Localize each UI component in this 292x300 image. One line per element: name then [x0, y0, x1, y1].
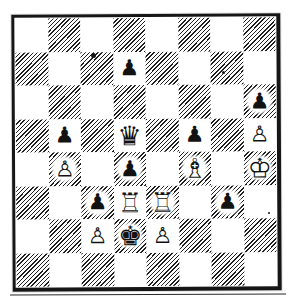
square-c8[interactable]	[80, 18, 113, 52]
square-f3[interactable]	[179, 185, 212, 219]
white-pawn: ♙	[83, 221, 112, 250]
square-e6[interactable]	[146, 85, 179, 119]
square-a3[interactable]	[16, 186, 49, 220]
square-b2[interactable]	[49, 219, 82, 253]
diagram-base-line	[10, 294, 286, 296]
square-g1[interactable]	[212, 252, 245, 286]
square-e5[interactable]	[146, 118, 179, 152]
square-a6[interactable]	[16, 86, 49, 120]
square-a4[interactable]	[16, 153, 49, 187]
square-f7[interactable]	[178, 51, 211, 85]
black-king: ♚	[116, 221, 145, 250]
square-e7[interactable]	[145, 51, 178, 85]
white-bishop: ♗	[180, 154, 209, 183]
square-d5[interactable]: ♛	[113, 119, 146, 153]
square-b7[interactable]	[48, 52, 81, 86]
black-pawn: ♟	[83, 188, 112, 217]
chess-board: ♟♟♟♛♟♙♙♟♗♔♟♖♖♟♙♚♙	[15, 17, 276, 286]
square-h7[interactable]	[243, 51, 276, 85]
square-d4[interactable]: ♟	[113, 152, 146, 186]
square-b3[interactable]	[49, 186, 82, 220]
square-h4[interactable]: ♔	[243, 151, 276, 185]
square-g6[interactable]	[211, 84, 244, 118]
square-d6[interactable]	[113, 85, 146, 119]
square-c4[interactable]	[81, 152, 114, 186]
black-queen: ♛	[115, 121, 144, 150]
square-d1[interactable]	[114, 253, 147, 287]
black-pawn: ♟	[115, 154, 144, 183]
square-h5[interactable]: ♙	[243, 118, 276, 152]
black-pawn: ♟	[213, 187, 242, 216]
white-pawn: ♙	[148, 221, 177, 250]
board-frame: ♟♟♟♛♟♙♙♟♗♔♟♖♖♟♙♚♙	[11, 13, 281, 291]
square-f2[interactable]	[179, 219, 212, 253]
square-f6[interactable]	[178, 85, 211, 119]
square-a1[interactable]	[17, 253, 50, 287]
square-h2[interactable]	[244, 218, 277, 252]
square-g4[interactable]	[211, 151, 244, 185]
square-d3[interactable]: ♖	[114, 186, 147, 220]
square-g8[interactable]	[210, 17, 243, 51]
square-b5[interactable]: ♟	[48, 119, 81, 153]
square-b6[interactable]	[48, 85, 81, 119]
square-e3[interactable]: ♖	[146, 185, 179, 219]
square-c6[interactable]	[81, 85, 114, 119]
square-g2[interactable]	[211, 218, 244, 252]
black-pawn: ♟	[50, 121, 79, 150]
square-a5[interactable]	[16, 119, 49, 153]
ink-speck	[222, 71, 225, 74]
square-e2[interactable]: ♙	[146, 219, 179, 253]
black-pawn: ♟	[245, 87, 274, 116]
black-pawn: ♟	[180, 120, 209, 149]
ink-speck	[91, 53, 96, 58]
white-king: ♔	[245, 154, 274, 183]
square-f5[interactable]: ♟	[178, 118, 211, 152]
white-pawn: ♙	[50, 155, 79, 184]
square-h6[interactable]: ♟	[243, 84, 276, 118]
square-g7[interactable]	[210, 51, 243, 85]
square-h1[interactable]	[244, 252, 277, 286]
white-rook: ♖	[148, 188, 177, 217]
square-c1[interactable]	[82, 253, 115, 287]
square-c2[interactable]: ♙	[81, 219, 114, 253]
white-pawn: ♙	[245, 120, 274, 149]
square-b8[interactable]	[48, 18, 81, 52]
square-b4[interactable]: ♙	[48, 152, 81, 186]
square-d7[interactable]: ♟	[113, 52, 146, 86]
square-e1[interactable]	[147, 252, 180, 286]
square-f8[interactable]	[178, 18, 211, 52]
square-d2[interactable]: ♚	[114, 219, 147, 253]
square-a7[interactable]	[15, 52, 48, 86]
square-f4[interactable]: ♗	[178, 152, 211, 186]
square-e8[interactable]	[145, 18, 178, 52]
square-g3[interactable]: ♟	[211, 185, 244, 219]
square-c5[interactable]	[81, 119, 114, 153]
square-g5[interactable]	[211, 118, 244, 152]
square-b1[interactable]	[49, 253, 82, 287]
square-a2[interactable]	[16, 220, 49, 254]
white-rook: ♖	[115, 188, 144, 217]
scanned-chess-diagram: ♟♟♟♛♟♙♙♟♗♔♟♖♖♟♙♚♙	[0, 0, 292, 300]
square-f1[interactable]	[179, 252, 212, 286]
square-a8[interactable]	[15, 19, 48, 53]
black-pawn: ♟	[115, 54, 144, 83]
square-h3[interactable]	[244, 185, 277, 219]
square-e4[interactable]	[146, 152, 179, 186]
square-c7[interactable]	[80, 52, 113, 86]
ink-speck	[268, 212, 270, 214]
square-d8[interactable]	[113, 18, 146, 52]
square-c3[interactable]: ♟	[81, 186, 114, 220]
square-h8[interactable]	[243, 17, 276, 51]
